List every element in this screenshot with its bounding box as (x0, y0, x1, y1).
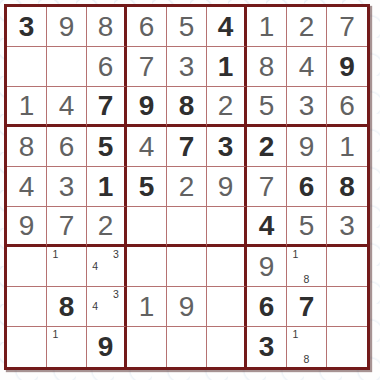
pencil-marks: 1 (50, 248, 83, 285)
cell-r3c1[interactable]: 1 (7, 87, 47, 127)
cell-r4c2[interactable]: 6 (47, 127, 87, 167)
cell-r4c4[interactable]: 4 (127, 127, 167, 167)
cell-r5c1[interactable]: 4 (7, 167, 47, 207)
entered-digit: 6 (339, 92, 355, 120)
entered-digit: 6 (139, 13, 155, 41)
entered-digit: 7 (59, 212, 75, 240)
pencil-marks: 18 (290, 248, 323, 285)
cell-r3c8[interactable]: 3 (287, 87, 327, 127)
cell-r9c7[interactable]: 3 (247, 327, 287, 367)
cell-r7c3[interactable]: 34 (87, 247, 127, 287)
entered-digit: 4 (299, 53, 315, 81)
cell-r9c1[interactable] (7, 327, 47, 367)
cell-r4c1[interactable]: 8 (7, 127, 47, 167)
cell-r9c8[interactable]: 18 (287, 327, 327, 367)
cell-r3c9[interactable]: 6 (327, 87, 367, 127)
pencil-mark: 3 (111, 248, 121, 260)
cell-r8c2[interactable]: 8 (47, 287, 87, 327)
cell-r1c4[interactable]: 6 (127, 7, 167, 47)
cell-r6c3[interactable]: 2 (87, 207, 127, 247)
cell-r1c8[interactable]: 2 (287, 7, 327, 47)
entered-digit: 1 (339, 133, 355, 161)
entered-digit: 5 (179, 13, 195, 41)
given-digit: 6 (259, 293, 275, 321)
cell-r2c1[interactable] (7, 47, 47, 87)
pencil-marks: 18 (290, 328, 323, 366)
entered-digit: 3 (179, 53, 195, 81)
given-digit: 3 (19, 13, 35, 41)
cell-r6c6[interactable] (207, 207, 247, 247)
entered-digit: 5 (259, 92, 275, 120)
cell-r7c6[interactable] (207, 247, 247, 287)
cell-r6c4[interactable] (127, 207, 167, 247)
cell-r5c5[interactable]: 2 (167, 167, 207, 207)
entered-digit: 9 (179, 293, 195, 321)
cell-r8c9[interactable] (327, 287, 367, 327)
entered-digit: 3 (339, 212, 355, 240)
cell-r3c2[interactable]: 4 (47, 87, 87, 127)
cell-r5c9[interactable]: 8 (327, 167, 367, 207)
entered-digit: 8 (259, 53, 275, 81)
pencil-marks: 34 (90, 248, 121, 285)
cell-r8c3[interactable]: 34 (87, 287, 127, 327)
entered-digit: 9 (259, 253, 275, 281)
given-digit: 4 (259, 212, 275, 240)
cell-r7c4[interactable] (127, 247, 167, 287)
given-digit: 8 (59, 293, 75, 321)
given-digit: 7 (179, 133, 195, 161)
pencil-mark: 1 (50, 248, 61, 260)
cell-r2c6[interactable]: 1 (207, 47, 247, 87)
entered-digit: 6 (59, 133, 75, 161)
entered-digit: 9 (19, 212, 35, 240)
entered-digit: 9 (218, 173, 234, 201)
pencil-mark: 3 (111, 288, 121, 300)
given-digit: 9 (339, 53, 355, 81)
given-digit: 1 (218, 53, 234, 81)
pencil-mark: 4 (90, 260, 100, 272)
cell-r7c7[interactable]: 9 (247, 247, 287, 287)
cell-r6c7[interactable]: 4 (247, 207, 287, 247)
entered-digit: 4 (19, 173, 35, 201)
cell-r9c4[interactable] (127, 327, 167, 367)
cell-r1c1[interactable]: 3 (7, 7, 47, 47)
cell-r1c2[interactable]: 9 (47, 7, 87, 47)
cell-r2c2[interactable] (47, 47, 87, 87)
cell-r5c2[interactable]: 3 (47, 167, 87, 207)
pencil-mark: 8 (301, 273, 312, 285)
cell-r3c7[interactable]: 5 (247, 87, 287, 127)
cell-r2c5[interactable]: 3 (167, 47, 207, 87)
pencil-mark: 1 (50, 328, 61, 341)
cell-r9c3[interactable]: 9 (87, 327, 127, 367)
entered-digit: 6 (98, 53, 114, 81)
entered-digit: 3 (299, 92, 315, 120)
entered-digit: 2 (179, 173, 195, 201)
cell-r3c3[interactable]: 7 (87, 87, 127, 127)
cell-r4c5[interactable]: 7 (167, 127, 207, 167)
entered-digit: 7 (139, 53, 155, 81)
cell-r8c8[interactable]: 7 (287, 287, 327, 327)
cell-r2c8[interactable]: 4 (287, 47, 327, 87)
entered-digit: 4 (139, 133, 155, 161)
cell-r1c6[interactable]: 4 (207, 7, 247, 47)
cell-r9c2[interactable]: 1 (47, 327, 87, 367)
cell-r4c6[interactable]: 3 (207, 127, 247, 167)
cell-r2c3[interactable]: 6 (87, 47, 127, 87)
pencil-mark: 1 (290, 328, 301, 341)
entered-digit: 5 (299, 212, 315, 240)
cell-r4c7[interactable]: 2 (247, 127, 287, 167)
given-digit: 8 (339, 173, 355, 201)
entered-digit: 2 (299, 13, 315, 41)
pencil-mark: 4 (90, 300, 100, 312)
cell-r7c1[interactable] (7, 247, 47, 287)
sudoku-page: { "game": "sudoku", "position": "3986541… (0, 0, 380, 380)
pencil-mark: 1 (290, 248, 301, 260)
entered-digit: 1 (259, 13, 275, 41)
entered-digit: 8 (19, 133, 35, 161)
cell-r8c4[interactable]: 1 (127, 287, 167, 327)
pencil-marks: 1 (50, 328, 83, 366)
pencil-marks: 34 (90, 288, 121, 325)
entered-digit: 9 (59, 13, 75, 41)
given-digit: 3 (218, 133, 234, 161)
cell-r5c6[interactable]: 9 (207, 167, 247, 207)
entered-digit: 4 (59, 92, 75, 120)
given-digit: 9 (139, 92, 155, 120)
entered-digit: 7 (339, 13, 355, 41)
cell-r5c4[interactable]: 5 (127, 167, 167, 207)
cell-r4c3[interactable]: 5 (87, 127, 127, 167)
given-digit: 4 (218, 13, 234, 41)
cell-r7c5[interactable] (167, 247, 207, 287)
cell-r2c4[interactable]: 7 (127, 47, 167, 87)
cell-r6c5[interactable] (167, 207, 207, 247)
cell-r8c6[interactable] (207, 287, 247, 327)
cell-r8c7[interactable]: 6 (247, 287, 287, 327)
given-digit: 3 (259, 333, 275, 361)
cell-r4c9[interactable]: 1 (327, 127, 367, 167)
cell-r4c8[interactable]: 9 (287, 127, 327, 167)
cell-r9c6[interactable] (207, 327, 247, 367)
cell-r3c4[interactable]: 9 (127, 87, 167, 127)
cell-r9c5[interactable] (167, 327, 207, 367)
cell-r1c9[interactable]: 7 (327, 7, 367, 47)
given-digit: 7 (299, 293, 315, 321)
cell-r7c2[interactable]: 1 (47, 247, 87, 287)
cell-r5c8[interactable]: 6 (287, 167, 327, 207)
given-digit: 2 (259, 133, 275, 161)
cell-r9c9[interactable] (327, 327, 367, 367)
entered-digit: 2 (218, 92, 234, 120)
given-digit: 7 (98, 92, 114, 120)
cell-r1c3[interactable]: 8 (87, 7, 127, 47)
given-digit: 5 (98, 133, 114, 161)
given-digit: 8 (179, 92, 195, 120)
cell-r7c8[interactable]: 18 (287, 247, 327, 287)
cell-r2c7[interactable]: 8 (247, 47, 287, 87)
cell-r5c3[interactable]: 1 (87, 167, 127, 207)
entered-digit: 8 (98, 13, 114, 41)
cell-r6c2[interactable]: 7 (47, 207, 87, 247)
cell-r6c9[interactable]: 3 (327, 207, 367, 247)
cell-r3c6[interactable]: 2 (207, 87, 247, 127)
entered-digit: 1 (139, 293, 155, 321)
cell-r6c8[interactable]: 5 (287, 207, 327, 247)
cell-r3c5[interactable]: 8 (167, 87, 207, 127)
entered-digit: 3 (59, 173, 75, 201)
cell-r2c9[interactable]: 9 (327, 47, 367, 87)
cell-r1c5[interactable]: 5 (167, 7, 207, 47)
pencil-mark: 8 (301, 353, 312, 366)
sudoku-board: 3986541276731849147982536865473291431529… (4, 4, 370, 370)
cell-r8c1[interactable] (7, 287, 47, 327)
cell-r1c7[interactable]: 1 (247, 7, 287, 47)
cell-r7c9[interactable] (327, 247, 367, 287)
given-digit: 9 (98, 333, 114, 361)
entered-digit: 1 (19, 92, 35, 120)
cell-r5c7[interactable]: 7 (247, 167, 287, 207)
cell-r8c5[interactable]: 9 (167, 287, 207, 327)
given-digit: 6 (299, 173, 315, 201)
cell-r6c1[interactable]: 9 (7, 207, 47, 247)
entered-digit: 2 (98, 212, 114, 240)
entered-digit: 9 (299, 133, 315, 161)
given-digit: 1 (98, 173, 114, 201)
given-digit: 5 (139, 173, 155, 201)
entered-digit: 7 (259, 173, 275, 201)
